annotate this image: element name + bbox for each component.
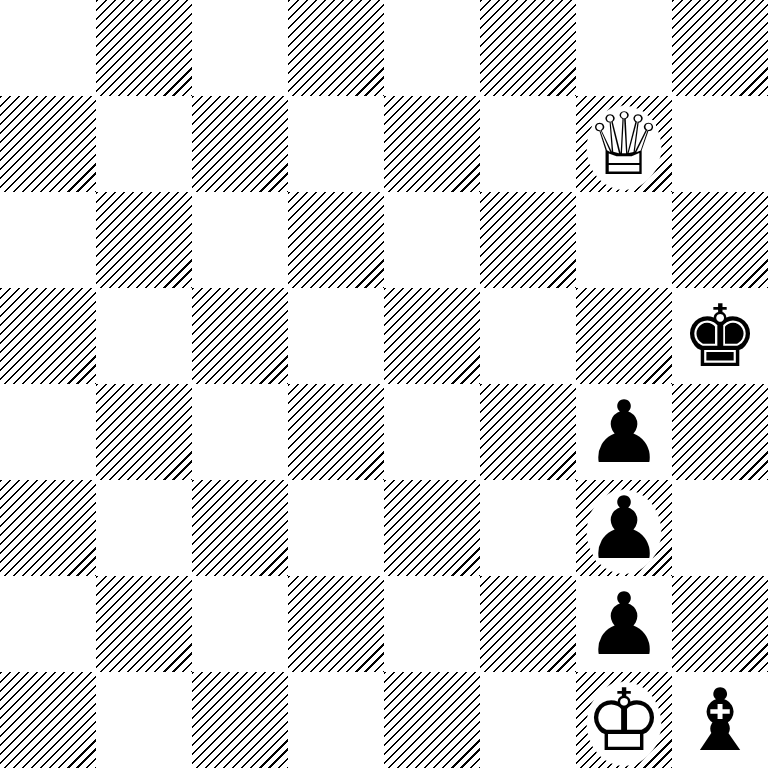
square-f1[interactable] <box>480 672 576 768</box>
square-b1[interactable] <box>96 672 192 768</box>
square-a8[interactable] <box>0 0 96 96</box>
square-g4[interactable]: ♟ <box>576 384 672 480</box>
square-h7[interactable] <box>672 96 768 192</box>
square-g2[interactable]: ♟ <box>576 576 672 672</box>
square-d7[interactable] <box>288 96 384 192</box>
square-a7[interactable] <box>0 96 96 192</box>
square-h1[interactable]: ♝ <box>672 672 768 768</box>
square-b4[interactable] <box>96 384 192 480</box>
square-d6[interactable] <box>288 192 384 288</box>
square-e1[interactable] <box>384 672 480 768</box>
square-c3[interactable] <box>192 480 288 576</box>
square-a1[interactable] <box>0 672 96 768</box>
square-h5[interactable]: ♚ <box>672 288 768 384</box>
square-a2[interactable] <box>0 576 96 672</box>
square-c8[interactable] <box>192 0 288 96</box>
square-e8[interactable] <box>384 0 480 96</box>
square-g1[interactable]: ♔ <box>576 672 672 768</box>
square-f6[interactable] <box>480 192 576 288</box>
square-c5[interactable] <box>192 288 288 384</box>
square-f7[interactable] <box>480 96 576 192</box>
square-d3[interactable] <box>288 480 384 576</box>
square-h6[interactable] <box>672 192 768 288</box>
square-d2[interactable] <box>288 576 384 672</box>
square-f2[interactable] <box>480 576 576 672</box>
piece-black-bishop[interactable]: ♝ <box>672 672 768 768</box>
square-e6[interactable] <box>384 192 480 288</box>
square-d8[interactable] <box>288 0 384 96</box>
square-h8[interactable] <box>672 0 768 96</box>
square-c6[interactable] <box>192 192 288 288</box>
square-h3[interactable] <box>672 480 768 576</box>
piece-black-pawn[interactable]: ♟ <box>576 576 672 672</box>
square-b7[interactable] <box>96 96 192 192</box>
square-g7[interactable]: ♕ <box>576 96 672 192</box>
square-a5[interactable] <box>0 288 96 384</box>
square-d5[interactable] <box>288 288 384 384</box>
square-e3[interactable] <box>384 480 480 576</box>
piece-black-pawn[interactable]: ♟ <box>576 480 672 576</box>
square-g5[interactable] <box>576 288 672 384</box>
square-e5[interactable] <box>384 288 480 384</box>
square-f5[interactable] <box>480 288 576 384</box>
chess-board: ♕♚♟♟♟♔♝ <box>0 0 768 768</box>
square-b5[interactable] <box>96 288 192 384</box>
square-a3[interactable] <box>0 480 96 576</box>
piece-white-queen[interactable]: ♕ <box>576 96 672 192</box>
square-a6[interactable] <box>0 192 96 288</box>
square-h2[interactable] <box>672 576 768 672</box>
square-f4[interactable] <box>480 384 576 480</box>
square-f8[interactable] <box>480 0 576 96</box>
square-e4[interactable] <box>384 384 480 480</box>
square-f3[interactable] <box>480 480 576 576</box>
square-d1[interactable] <box>288 672 384 768</box>
piece-black-king[interactable]: ♚ <box>672 288 768 384</box>
square-c2[interactable] <box>192 576 288 672</box>
piece-white-king[interactable]: ♔ <box>576 672 672 768</box>
square-b8[interactable] <box>96 0 192 96</box>
square-e7[interactable] <box>384 96 480 192</box>
square-c7[interactable] <box>192 96 288 192</box>
square-b2[interactable] <box>96 576 192 672</box>
square-g3[interactable]: ♟ <box>576 480 672 576</box>
square-c4[interactable] <box>192 384 288 480</box>
square-a4[interactable] <box>0 384 96 480</box>
square-e2[interactable] <box>384 576 480 672</box>
square-g8[interactable] <box>576 0 672 96</box>
piece-black-pawn[interactable]: ♟ <box>576 384 672 480</box>
square-h4[interactable] <box>672 384 768 480</box>
square-g6[interactable] <box>576 192 672 288</box>
square-c1[interactable] <box>192 672 288 768</box>
square-b3[interactable] <box>96 480 192 576</box>
square-b6[interactable] <box>96 192 192 288</box>
square-d4[interactable] <box>288 384 384 480</box>
